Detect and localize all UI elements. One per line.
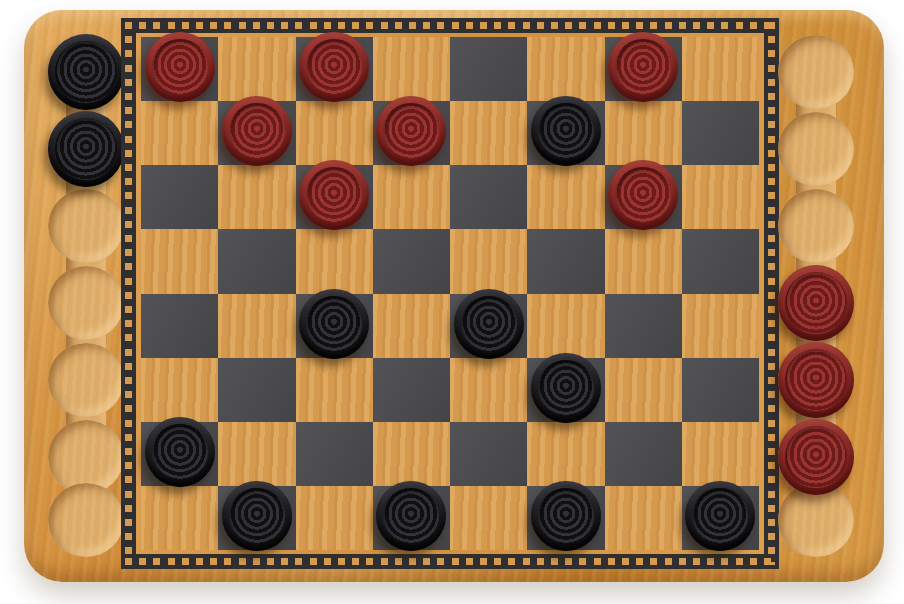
right-tray-well-0 (778, 35, 854, 109)
square-r2c6[interactable] (605, 165, 682, 229)
square-r7c0 (141, 486, 218, 550)
square-r0c5 (527, 37, 604, 101)
square-r5c0 (141, 358, 218, 422)
red-checker[interactable] (778, 419, 854, 495)
black-checker[interactable] (48, 111, 124, 187)
square-r7c2 (296, 486, 373, 550)
red-checker[interactable] (778, 342, 854, 418)
board-grid (141, 37, 759, 550)
red-checker[interactable] (376, 96, 446, 166)
square-r7c4 (450, 486, 527, 550)
square-r1c3[interactable] (373, 101, 450, 165)
square-r5c3[interactable] (373, 358, 450, 422)
square-r1c2 (296, 101, 373, 165)
square-r2c2[interactable] (296, 165, 373, 229)
black-checker[interactable] (48, 34, 124, 110)
square-r3c5[interactable] (527, 229, 604, 293)
red-checker[interactable] (145, 32, 215, 102)
square-r4c1 (218, 294, 295, 358)
red-checker[interactable] (222, 96, 292, 166)
checkers-set-photo (0, 0, 904, 604)
square-r1c7[interactable] (682, 101, 759, 165)
frame-squares-bottom (125, 558, 775, 565)
square-r2c0[interactable] (141, 165, 218, 229)
square-r5c6 (605, 358, 682, 422)
square-r1c0 (141, 101, 218, 165)
square-r4c7 (682, 294, 759, 358)
square-r4c4[interactable] (450, 294, 527, 358)
square-r2c4[interactable] (450, 165, 527, 229)
black-checker[interactable] (531, 96, 601, 166)
black-checker[interactable] (222, 481, 292, 551)
square-r5c1[interactable] (218, 358, 295, 422)
square-r1c4 (450, 101, 527, 165)
square-r6c4[interactable] (450, 422, 527, 486)
square-r4c2[interactable] (296, 294, 373, 358)
square-r6c5 (527, 422, 604, 486)
square-r5c4 (450, 358, 527, 422)
square-r4c0[interactable] (141, 294, 218, 358)
right-tray-well-2 (778, 189, 854, 263)
square-r7c3[interactable] (373, 486, 450, 550)
square-r7c5[interactable] (527, 486, 604, 550)
square-r3c0 (141, 229, 218, 293)
decorative-border-frame (121, 18, 779, 569)
left-capture-tray (40, 42, 132, 562)
square-r2c1 (218, 165, 295, 229)
square-r6c2[interactable] (296, 422, 373, 486)
square-r1c5[interactable] (527, 101, 604, 165)
square-r0c1 (218, 37, 295, 101)
square-r0c3 (373, 37, 450, 101)
black-checker[interactable] (376, 481, 446, 551)
black-checker[interactable] (145, 417, 215, 487)
square-r0c7 (682, 37, 759, 101)
frame-squares-top (125, 22, 775, 29)
square-r6c7 (682, 422, 759, 486)
square-r0c2[interactable] (296, 37, 373, 101)
square-r7c7[interactable] (682, 486, 759, 550)
frame-squares-left (125, 22, 132, 565)
square-r3c1[interactable] (218, 229, 295, 293)
square-r5c2 (296, 358, 373, 422)
red-checker[interactable] (299, 160, 369, 230)
left-tray-well-6 (48, 483, 124, 557)
square-r2c5 (527, 165, 604, 229)
square-r1c6 (605, 101, 682, 165)
square-r4c6[interactable] (605, 294, 682, 358)
right-capture-tray (770, 42, 862, 562)
square-r0c6[interactable] (605, 37, 682, 101)
square-r0c4[interactable] (450, 37, 527, 101)
square-r1c1[interactable] (218, 101, 295, 165)
black-checker[interactable] (454, 288, 524, 358)
red-checker[interactable] (608, 32, 678, 102)
square-r7c6 (605, 486, 682, 550)
square-r4c3 (373, 294, 450, 358)
left-tray-well-2 (48, 189, 124, 263)
left-tray-well-4 (48, 343, 124, 417)
square-r6c0[interactable] (141, 422, 218, 486)
square-r3c2 (296, 229, 373, 293)
square-r0c0[interactable] (141, 37, 218, 101)
left-tray-well-3 (48, 266, 124, 340)
right-tray-well-1 (778, 112, 854, 186)
square-r2c3 (373, 165, 450, 229)
square-r6c6[interactable] (605, 422, 682, 486)
square-r7c1[interactable] (218, 486, 295, 550)
square-r3c6 (605, 229, 682, 293)
black-checker[interactable] (531, 481, 601, 551)
square-r3c3[interactable] (373, 229, 450, 293)
wooden-board (24, 10, 884, 582)
square-r6c3 (373, 422, 450, 486)
square-r4c5 (527, 294, 604, 358)
black-checker[interactable] (685, 481, 755, 551)
red-checker[interactable] (778, 265, 854, 341)
red-checker[interactable] (299, 32, 369, 102)
square-r6c1 (218, 422, 295, 486)
black-checker[interactable] (531, 353, 601, 423)
red-checker[interactable] (608, 160, 678, 230)
square-r3c4 (450, 229, 527, 293)
square-r2c7 (682, 165, 759, 229)
black-checker[interactable] (299, 288, 369, 358)
square-r5c5[interactable] (527, 358, 604, 422)
square-r3c7[interactable] (682, 229, 759, 293)
square-r5c7[interactable] (682, 358, 759, 422)
